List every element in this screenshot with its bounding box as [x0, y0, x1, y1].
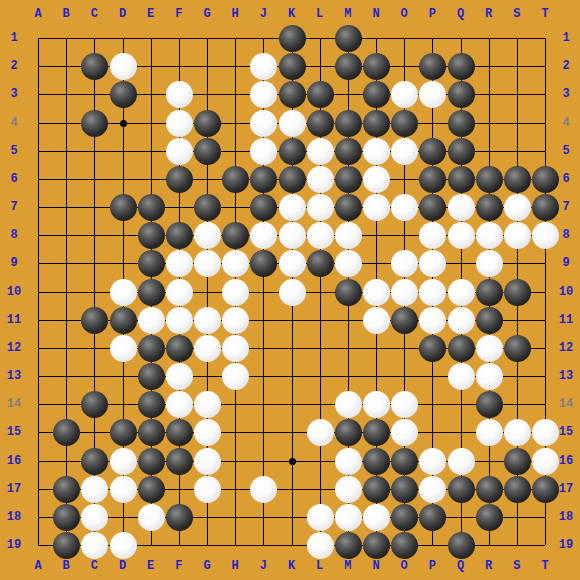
row-label-right-13: 13 [559, 369, 573, 383]
stone-white-N14[interactable] [363, 391, 390, 418]
row-label-left-11: 11 [7, 313, 21, 327]
row-label-right-5: 5 [562, 144, 569, 158]
stone-black-P6[interactable] [419, 166, 446, 193]
row-label-right-15: 15 [559, 425, 573, 439]
stone-black-E10[interactable] [138, 279, 165, 306]
go-board[interactable]: AABBCCDDEEFFGGHHJJKKLLMMNNOOPPQQRRSSTT11… [0, 0, 580, 580]
row-label-right-1: 1 [562, 31, 569, 45]
stone-white-P9[interactable] [419, 250, 446, 277]
col-label-top-O: O [401, 7, 408, 21]
stone-black-G7[interactable] [194, 194, 221, 221]
stone-black-O17[interactable] [391, 476, 418, 503]
stone-black-E9[interactable] [138, 250, 165, 277]
stone-black-Q3[interactable] [448, 81, 475, 108]
stone-black-E13[interactable] [138, 363, 165, 390]
stone-black-B19[interactable] [53, 532, 80, 559]
stone-white-M9[interactable] [335, 250, 362, 277]
stone-black-K1[interactable] [279, 25, 306, 52]
stone-black-K6[interactable] [279, 166, 306, 193]
stone-white-L18[interactable] [307, 504, 334, 531]
grid-line-horizontal-14 [38, 404, 545, 405]
stone-white-N6[interactable] [363, 166, 390, 193]
stone-white-O3[interactable] [391, 81, 418, 108]
stone-white-K9[interactable] [279, 250, 306, 277]
stone-black-F16[interactable] [166, 448, 193, 475]
stone-white-G15[interactable] [194, 419, 221, 446]
row-label-right-11: 11 [559, 313, 573, 327]
col-label-bottom-D: D [119, 559, 126, 573]
row-label-left-5: 5 [10, 144, 17, 158]
stone-white-Q13[interactable] [448, 363, 475, 390]
col-label-top-P: P [429, 7, 436, 21]
stone-white-P8[interactable] [419, 222, 446, 249]
stone-white-P3[interactable] [419, 81, 446, 108]
col-label-bottom-T: T [541, 559, 548, 573]
stone-white-G11[interactable] [194, 307, 221, 334]
col-label-top-T: T [541, 7, 548, 21]
stone-white-N11[interactable] [363, 307, 390, 334]
stone-white-F11[interactable] [166, 307, 193, 334]
stone-white-S15[interactable] [504, 419, 531, 446]
grid-line-horizontal-18 [38, 517, 545, 518]
stone-black-G5[interactable] [194, 138, 221, 165]
stone-black-T17[interactable] [532, 476, 559, 503]
stone-white-J8[interactable] [250, 222, 277, 249]
row-label-right-2: 2 [562, 59, 569, 73]
stone-black-D7[interactable] [110, 194, 137, 221]
stone-white-S8[interactable] [504, 222, 531, 249]
stone-black-F15[interactable] [166, 419, 193, 446]
row-label-left-18: 18 [7, 510, 21, 524]
stone-black-P7[interactable] [419, 194, 446, 221]
stone-white-J4[interactable] [250, 110, 277, 137]
row-label-right-9: 9 [562, 256, 569, 270]
stone-black-F6[interactable] [166, 166, 193, 193]
stone-black-M15[interactable] [335, 419, 362, 446]
stone-black-M7[interactable] [335, 194, 362, 221]
stone-black-Q12[interactable] [448, 335, 475, 362]
stone-white-L19[interactable] [307, 532, 334, 559]
stone-black-R14[interactable] [476, 391, 503, 418]
stone-white-R13[interactable] [476, 363, 503, 390]
row-label-left-16: 16 [7, 454, 21, 468]
stone-black-E15[interactable] [138, 419, 165, 446]
stone-white-Q10[interactable] [448, 279, 475, 306]
col-label-bottom-O: O [401, 559, 408, 573]
col-label-top-D: D [119, 7, 126, 21]
stone-white-H12[interactable] [222, 335, 249, 362]
stone-white-D10[interactable] [110, 279, 137, 306]
stone-white-G8[interactable] [194, 222, 221, 249]
row-label-left-15: 15 [7, 425, 21, 439]
stone-black-C2[interactable] [81, 53, 108, 80]
row-label-right-19: 19 [559, 538, 573, 552]
col-label-top-B: B [63, 7, 70, 21]
stone-white-K10[interactable] [279, 279, 306, 306]
row-label-right-16: 16 [559, 454, 573, 468]
stone-white-D19[interactable] [110, 532, 137, 559]
col-label-top-M: M [344, 7, 351, 21]
row-label-right-14: 14 [559, 397, 573, 411]
stone-white-P10[interactable] [419, 279, 446, 306]
stone-black-H6[interactable] [222, 166, 249, 193]
stone-black-D11[interactable] [110, 307, 137, 334]
stone-black-F8[interactable] [166, 222, 193, 249]
stone-black-E16[interactable] [138, 448, 165, 475]
stone-black-R11[interactable] [476, 307, 503, 334]
stone-white-G14[interactable] [194, 391, 221, 418]
stone-white-M16[interactable] [335, 448, 362, 475]
stone-white-F14[interactable] [166, 391, 193, 418]
stone-black-T6[interactable] [532, 166, 559, 193]
col-label-bottom-C: C [91, 559, 98, 573]
stone-black-F18[interactable] [166, 504, 193, 531]
stone-black-S10[interactable] [504, 279, 531, 306]
col-label-top-N: N [372, 7, 379, 21]
stone-black-Q2[interactable] [448, 53, 475, 80]
row-label-right-12: 12 [559, 341, 573, 355]
stone-black-M6[interactable] [335, 166, 362, 193]
stone-white-Q16[interactable] [448, 448, 475, 475]
stone-black-G4[interactable] [194, 110, 221, 137]
stone-white-H11[interactable] [222, 307, 249, 334]
stone-white-E11[interactable] [138, 307, 165, 334]
stone-white-N5[interactable] [363, 138, 390, 165]
col-label-bottom-P: P [429, 559, 436, 573]
stone-black-N3[interactable] [363, 81, 390, 108]
stone-white-F10[interactable] [166, 279, 193, 306]
col-label-bottom-A: A [34, 559, 41, 573]
stone-black-M10[interactable] [335, 279, 362, 306]
stone-black-E14[interactable] [138, 391, 165, 418]
stone-black-F12[interactable] [166, 335, 193, 362]
stone-black-E17[interactable] [138, 476, 165, 503]
row-label-left-12: 12 [7, 341, 21, 355]
stone-black-K3[interactable] [279, 81, 306, 108]
stone-white-G9[interactable] [194, 250, 221, 277]
stone-black-E8[interactable] [138, 222, 165, 249]
stone-black-M5[interactable] [335, 138, 362, 165]
stone-black-Q5[interactable] [448, 138, 475, 165]
stone-black-S16[interactable] [504, 448, 531, 475]
col-label-bottom-S: S [513, 559, 520, 573]
stone-white-L7[interactable] [307, 194, 334, 221]
row-label-right-8: 8 [562, 228, 569, 242]
col-label-bottom-G: G [203, 559, 210, 573]
stone-white-O10[interactable] [391, 279, 418, 306]
stone-black-K5[interactable] [279, 138, 306, 165]
stone-white-J17[interactable] [250, 476, 277, 503]
stone-black-L3[interactable] [307, 81, 334, 108]
stone-white-N18[interactable] [363, 504, 390, 531]
stone-white-F4[interactable] [166, 110, 193, 137]
stone-white-M14[interactable] [335, 391, 362, 418]
stone-black-D15[interactable] [110, 419, 137, 446]
col-label-top-H: H [232, 7, 239, 21]
stone-white-C17[interactable] [81, 476, 108, 503]
col-label-bottom-H: H [232, 559, 239, 573]
col-label-bottom-L: L [316, 559, 323, 573]
stone-white-M18[interactable] [335, 504, 362, 531]
stone-black-M4[interactable] [335, 110, 362, 137]
stone-black-R7[interactable] [476, 194, 503, 221]
stone-white-L15[interactable] [307, 419, 334, 446]
row-label-right-17: 17 [559, 482, 573, 496]
stone-black-P12[interactable] [419, 335, 446, 362]
stone-black-N2[interactable] [363, 53, 390, 80]
stone-white-H9[interactable] [222, 250, 249, 277]
stone-black-P5[interactable] [419, 138, 446, 165]
stone-white-K8[interactable] [279, 222, 306, 249]
stone-white-C19[interactable] [81, 532, 108, 559]
stone-white-O5[interactable] [391, 138, 418, 165]
row-label-left-17: 17 [7, 482, 21, 496]
stone-black-S12[interactable] [504, 335, 531, 362]
stone-black-P18[interactable] [419, 504, 446, 531]
col-label-top-L: L [316, 7, 323, 21]
stone-black-E7[interactable] [138, 194, 165, 221]
stone-white-F3[interactable] [166, 81, 193, 108]
stone-white-R8[interactable] [476, 222, 503, 249]
stone-black-O11[interactable] [391, 307, 418, 334]
stone-white-Q7[interactable] [448, 194, 475, 221]
col-label-top-F: F [175, 7, 182, 21]
star-point-K16 [289, 458, 296, 465]
stone-white-O9[interactable] [391, 250, 418, 277]
stone-white-G16[interactable] [194, 448, 221, 475]
stone-white-R9[interactable] [476, 250, 503, 277]
stone-white-J5[interactable] [250, 138, 277, 165]
col-label-bottom-Q: Q [457, 559, 464, 573]
stone-black-N19[interactable] [363, 532, 390, 559]
stone-white-S7[interactable] [504, 194, 531, 221]
col-label-top-J: J [260, 7, 267, 21]
row-label-left-1: 1 [10, 31, 17, 45]
stone-black-N16[interactable] [363, 448, 390, 475]
stone-black-L4[interactable] [307, 110, 334, 137]
stone-white-F9[interactable] [166, 250, 193, 277]
stone-black-K2[interactable] [279, 53, 306, 80]
col-label-top-Q: Q [457, 7, 464, 21]
stone-white-F13[interactable] [166, 363, 193, 390]
row-label-right-3: 3 [562, 87, 569, 101]
col-label-bottom-E: E [147, 559, 154, 573]
stone-black-O19[interactable] [391, 532, 418, 559]
col-label-bottom-R: R [485, 559, 492, 573]
stone-black-R17[interactable] [476, 476, 503, 503]
stone-white-O7[interactable] [391, 194, 418, 221]
stone-black-P2[interactable] [419, 53, 446, 80]
row-label-left-14: 14 [7, 397, 21, 411]
row-label-right-18: 18 [559, 510, 573, 524]
stone-white-N10[interactable] [363, 279, 390, 306]
stone-white-D2[interactable] [110, 53, 137, 80]
stone-white-R15[interactable] [476, 419, 503, 446]
stone-black-E12[interactable] [138, 335, 165, 362]
stone-white-T8[interactable] [532, 222, 559, 249]
stone-black-Q19[interactable] [448, 532, 475, 559]
stone-black-B15[interactable] [53, 419, 80, 446]
col-label-top-C: C [91, 7, 98, 21]
row-label-left-9: 9 [10, 256, 17, 270]
col-label-top-A: A [34, 7, 41, 21]
stone-black-H8[interactable] [222, 222, 249, 249]
stone-white-R12[interactable] [476, 335, 503, 362]
col-label-top-G: G [203, 7, 210, 21]
stone-black-Q6[interactable] [448, 166, 475, 193]
row-label-left-4: 4 [10, 116, 17, 130]
stone-black-M2[interactable] [335, 53, 362, 80]
star-point-D4 [120, 120, 127, 127]
stone-black-C14[interactable] [81, 391, 108, 418]
stone-white-E18[interactable] [138, 504, 165, 531]
stone-black-Q4[interactable] [448, 110, 475, 137]
stone-black-N17[interactable] [363, 476, 390, 503]
stone-white-H10[interactable] [222, 279, 249, 306]
stone-white-T16[interactable] [532, 448, 559, 475]
stone-white-J2[interactable] [250, 53, 277, 80]
stone-white-P17[interactable] [419, 476, 446, 503]
stone-black-B18[interactable] [53, 504, 80, 531]
stone-black-S17[interactable] [504, 476, 531, 503]
stone-white-L8[interactable] [307, 222, 334, 249]
stone-black-R18[interactable] [476, 504, 503, 531]
col-label-bottom-F: F [175, 559, 182, 573]
row-label-left-2: 2 [10, 59, 17, 73]
stone-white-Q8[interactable] [448, 222, 475, 249]
stone-white-L5[interactable] [307, 138, 334, 165]
stone-black-C4[interactable] [81, 110, 108, 137]
stone-white-L6[interactable] [307, 166, 334, 193]
stone-black-N4[interactable] [363, 110, 390, 137]
stone-white-F5[interactable] [166, 138, 193, 165]
stone-white-Q11[interactable] [448, 307, 475, 334]
stone-black-O18[interactable] [391, 504, 418, 531]
stone-black-R6[interactable] [476, 166, 503, 193]
col-label-top-E: E [147, 7, 154, 21]
col-label-top-R: R [485, 7, 492, 21]
col-label-bottom-M: M [344, 559, 351, 573]
stone-white-D17[interactable] [110, 476, 137, 503]
stone-black-L9[interactable] [307, 250, 334, 277]
col-label-bottom-J: J [260, 559, 267, 573]
stone-white-M8[interactable] [335, 222, 362, 249]
row-label-left-6: 6 [10, 172, 17, 186]
stone-black-J6[interactable] [250, 166, 277, 193]
row-label-right-4: 4 [562, 116, 569, 130]
stone-white-O14[interactable] [391, 391, 418, 418]
stone-white-G12[interactable] [194, 335, 221, 362]
stone-black-N15[interactable] [363, 419, 390, 446]
row-label-left-3: 3 [10, 87, 17, 101]
stone-black-S6[interactable] [504, 166, 531, 193]
stone-white-J3[interactable] [250, 81, 277, 108]
row-label-left-7: 7 [10, 200, 17, 214]
stone-black-C11[interactable] [81, 307, 108, 334]
stone-white-G17[interactable] [194, 476, 221, 503]
stone-black-O16[interactable] [391, 448, 418, 475]
stone-black-R10[interactable] [476, 279, 503, 306]
stone-white-H13[interactable] [222, 363, 249, 390]
row-label-left-10: 10 [7, 285, 21, 299]
stone-black-J9[interactable] [250, 250, 277, 277]
stone-black-T7[interactable] [532, 194, 559, 221]
col-label-bottom-K: K [288, 559, 295, 573]
stone-black-B17[interactable] [53, 476, 80, 503]
stone-white-K7[interactable] [279, 194, 306, 221]
row-label-right-10: 10 [559, 285, 573, 299]
stone-white-D12[interactable] [110, 335, 137, 362]
stone-black-Q17[interactable] [448, 476, 475, 503]
stone-white-M17[interactable] [335, 476, 362, 503]
stone-white-T15[interactable] [532, 419, 559, 446]
stone-white-N7[interactable] [363, 194, 390, 221]
stone-black-D3[interactable] [110, 81, 137, 108]
row-label-right-7: 7 [562, 200, 569, 214]
stone-black-M19[interactable] [335, 532, 362, 559]
col-label-bottom-B: B [63, 559, 70, 573]
stone-white-K4[interactable] [279, 110, 306, 137]
col-label-top-K: K [288, 7, 295, 21]
stone-black-M1[interactable] [335, 25, 362, 52]
stone-white-P16[interactable] [419, 448, 446, 475]
col-label-top-S: S [513, 7, 520, 21]
stone-white-C18[interactable] [81, 504, 108, 531]
stone-white-P11[interactable] [419, 307, 446, 334]
stone-white-D16[interactable] [110, 448, 137, 475]
stone-black-J7[interactable] [250, 194, 277, 221]
stone-white-O15[interactable] [391, 419, 418, 446]
row-label-left-19: 19 [7, 538, 21, 552]
stone-black-O4[interactable] [391, 110, 418, 137]
row-label-left-13: 13 [7, 369, 21, 383]
col-label-bottom-N: N [372, 559, 379, 573]
row-label-right-6: 6 [562, 172, 569, 186]
stone-black-C16[interactable] [81, 448, 108, 475]
row-label-left-8: 8 [10, 228, 17, 242]
